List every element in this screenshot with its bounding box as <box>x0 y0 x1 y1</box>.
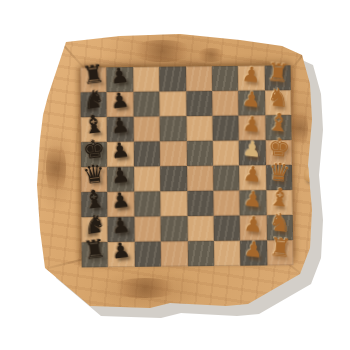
black-pawn-piece[interactable]: ♟ <box>110 140 131 163</box>
white-pawn-piece[interactable]: ♟ <box>243 214 264 237</box>
square-c5[interactable] <box>160 191 187 216</box>
square-e4[interactable] <box>186 141 213 166</box>
square-a5[interactable] <box>161 241 188 266</box>
square-g6[interactable] <box>133 92 160 117</box>
wood-knot <box>196 48 226 62</box>
photo-scene: ♜♟♟♜♞♟♟♞♝♟♟♝♚♟♟♚♛♟♟♛♝♟♟♝♞♟♟♞♜♟♟♜ <box>0 0 350 350</box>
white-pawn-piece[interactable]: ♟ <box>242 139 263 162</box>
square-h6[interactable] <box>133 67 160 92</box>
square-f5[interactable] <box>160 116 187 141</box>
square-e6[interactable] <box>134 141 161 166</box>
wood-knot <box>46 140 66 196</box>
square-d5[interactable] <box>160 166 187 191</box>
square-c6[interactable] <box>134 191 161 216</box>
square-a2[interactable]: ♟ <box>240 240 267 265</box>
square-d6[interactable] <box>134 166 161 191</box>
square-c4[interactable] <box>187 191 214 216</box>
chessboard: ♜♟♟♜♞♟♟♞♝♟♟♝♚♟♟♚♛♟♟♛♝♟♟♝♞♟♟♞♜♟♟♜ <box>80 65 293 263</box>
white-pawn-piece[interactable]: ♟ <box>241 64 262 87</box>
square-f3[interactable] <box>212 116 239 141</box>
square-c3[interactable] <box>213 190 240 215</box>
square-b3[interactable] <box>213 216 240 241</box>
square-g3[interactable] <box>212 91 239 116</box>
black-pawn-piece[interactable]: ♟ <box>110 215 131 238</box>
square-b5[interactable] <box>161 216 188 241</box>
square-a7[interactable]: ♟ <box>108 242 135 267</box>
olive-wood-slab: ♜♟♟♜♞♟♟♞♝♟♟♝♚♟♟♚♛♟♟♛♝♟♟♝♞♟♟♞♜♟♟♜ <box>0 0 350 350</box>
wood-knot <box>292 108 308 148</box>
square-d4[interactable] <box>187 166 214 191</box>
white-pawn-piece[interactable]: ♟ <box>243 239 264 262</box>
square-a8[interactable]: ♜ <box>81 242 108 267</box>
square-h3[interactable] <box>212 66 239 91</box>
black-pawn-piece[interactable]: ♟ <box>111 240 132 263</box>
black-pawn-piece[interactable]: ♟ <box>110 165 131 188</box>
square-g4[interactable] <box>186 91 213 116</box>
white-rook-piece[interactable]: ♜ <box>268 234 293 261</box>
square-h4[interactable] <box>185 66 212 91</box>
black-pawn-piece[interactable]: ♟ <box>110 190 131 213</box>
square-h5[interactable] <box>159 66 186 91</box>
square-d3[interactable] <box>213 165 240 190</box>
square-e5[interactable] <box>160 141 187 166</box>
square-a1[interactable]: ♜ <box>267 240 294 265</box>
square-b6[interactable] <box>134 216 161 241</box>
square-a3[interactable] <box>214 241 241 266</box>
square-f4[interactable] <box>186 116 213 141</box>
white-pawn-piece[interactable]: ♟ <box>241 89 262 112</box>
square-f6[interactable] <box>133 116 160 141</box>
square-a6[interactable] <box>134 241 161 266</box>
black-pawn-piece[interactable]: ♟ <box>109 65 130 88</box>
black-pawn-piece[interactable]: ♟ <box>109 90 130 113</box>
square-b4[interactable] <box>187 216 214 241</box>
white-pawn-piece[interactable]: ♟ <box>242 163 263 186</box>
black-rook-piece[interactable]: ♜ <box>82 236 108 264</box>
wood-knot <box>130 40 194 62</box>
black-pawn-piece[interactable]: ♟ <box>110 115 131 138</box>
square-e3[interactable] <box>213 140 240 165</box>
square-g5[interactable] <box>159 91 186 116</box>
wood-knot <box>110 278 180 298</box>
square-a4[interactable] <box>187 241 214 266</box>
white-pawn-piece[interactable]: ♟ <box>243 188 264 211</box>
white-pawn-piece[interactable]: ♟ <box>242 114 263 137</box>
